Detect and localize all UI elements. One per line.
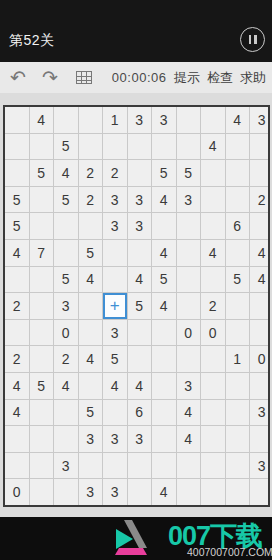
- grid-cell[interactable]: [152, 400, 177, 427]
- grid-cell[interactable]: [201, 479, 226, 506]
- grid-cell[interactable]: 2: [201, 293, 226, 320]
- grid-cell[interactable]: 5: [5, 187, 30, 214]
- grid-cell[interactable]: [54, 479, 79, 506]
- grid-cell[interactable]: [103, 134, 128, 161]
- grid-cell[interactable]: 4: [128, 267, 153, 294]
- grid-cell[interactable]: 5: [128, 293, 153, 320]
- grid-cell[interactable]: 0: [177, 320, 202, 347]
- grid-cell[interactable]: 4: [201, 134, 226, 161]
- grid-cell[interactable]: [30, 134, 55, 161]
- grid-cell[interactable]: 0: [54, 320, 79, 347]
- grid-cell[interactable]: [30, 426, 55, 453]
- grid-cell[interactable]: 3: [79, 426, 104, 453]
- grid-cell[interactable]: [177, 293, 202, 320]
- selected-cell[interactable]: +: [103, 293, 128, 320]
- grid-cell[interactable]: 4: [30, 107, 55, 134]
- grid-cell[interactable]: 0: [250, 346, 270, 373]
- grid-cell[interactable]: [152, 320, 177, 347]
- grid-cell[interactable]: [103, 240, 128, 267]
- grid-cell[interactable]: 3: [177, 187, 202, 214]
- grid-cell[interactable]: 6: [128, 400, 153, 427]
- grid-cell[interactable]: [226, 320, 251, 347]
- grid-cell[interactable]: 2: [79, 160, 104, 187]
- grid-cell[interactable]: [152, 213, 177, 240]
- grid-cell[interactable]: 3: [250, 107, 270, 134]
- grid-cell[interactable]: 5: [5, 213, 30, 240]
- grid-cell[interactable]: 4: [54, 373, 79, 400]
- grid-cell[interactable]: 5: [177, 160, 202, 187]
- grid-cell[interactable]: 4: [79, 267, 104, 294]
- grid-cell[interactable]: [79, 293, 104, 320]
- grid-cell[interactable]: 4: [152, 479, 177, 506]
- grid-cell[interactable]: 4: [128, 373, 153, 400]
- ad-banner[interactable]: 007下载 4007007007.COM: [0, 517, 272, 560]
- grid-cell[interactable]: [177, 479, 202, 506]
- grid-cell[interactable]: [177, 346, 202, 373]
- grid-cell[interactable]: [226, 134, 251, 161]
- ad-subtitle: 4007007007.COM: [187, 546, 272, 558]
- grid-cell[interactable]: [177, 213, 202, 240]
- hint-button[interactable]: 提示: [174, 69, 200, 87]
- grid-cell[interactable]: 3: [128, 213, 153, 240]
- grid-cell[interactable]: [30, 453, 55, 480]
- grid-cell[interactable]: [30, 187, 55, 214]
- grid-cell[interactable]: [250, 479, 270, 506]
- grid-cell[interactable]: 1: [226, 346, 251, 373]
- grid-cell[interactable]: 4: [177, 400, 202, 427]
- grid-cell[interactable]: 4: [152, 240, 177, 267]
- check-button[interactable]: 检查: [207, 69, 233, 87]
- grid-cell[interactable]: 2: [5, 346, 30, 373]
- grid-cell[interactable]: [5, 107, 30, 134]
- ad-logo-icon: [110, 520, 150, 557]
- grid-cell[interactable]: [30, 479, 55, 506]
- grid-cell[interactable]: 4: [103, 373, 128, 400]
- grid-cell[interactable]: 5: [103, 346, 128, 373]
- grid-cell[interactable]: 3: [128, 187, 153, 214]
- grid-cell[interactable]: [201, 213, 226, 240]
- level-title: 第52关: [9, 32, 55, 50]
- grid-cell[interactable]: 2: [79, 187, 104, 214]
- grid-cell[interactable]: [226, 479, 251, 506]
- pause-icon: [249, 35, 252, 44]
- grid-cell[interactable]: 4: [5, 240, 30, 267]
- grid-cell[interactable]: 4: [5, 400, 30, 427]
- grid-cell[interactable]: [54, 107, 79, 134]
- grid-cell[interactable]: [250, 373, 270, 400]
- grid-cell[interactable]: 3: [250, 453, 270, 480]
- grid-cell[interactable]: 2: [250, 187, 270, 214]
- toolbar: ↶ ↷ 00:00:06 提示 检查 求助: [0, 62, 272, 93]
- grid-cell[interactable]: [152, 373, 177, 400]
- grid-cell[interactable]: [201, 160, 226, 187]
- grid-cell[interactable]: 3: [103, 187, 128, 214]
- grid-cell[interactable]: 4: [152, 293, 177, 320]
- grid-cell[interactable]: 5: [54, 187, 79, 214]
- pause-button[interactable]: [240, 27, 265, 52]
- pause-icon: [254, 35, 257, 44]
- undo-button[interactable]: ↶: [10, 68, 26, 87]
- grid-cell[interactable]: [250, 213, 270, 240]
- board-area: 4133435454225555233432533647544454455423…: [0, 93, 272, 517]
- grid-cell[interactable]: 2: [5, 293, 30, 320]
- grid-cell[interactable]: [103, 453, 128, 480]
- grid-cell[interactable]: [226, 426, 251, 453]
- grid-cell[interactable]: [250, 134, 270, 161]
- grid-cell[interactable]: [152, 134, 177, 161]
- grid-cell[interactable]: [152, 453, 177, 480]
- grid-cell[interactable]: [250, 426, 270, 453]
- grid-cell[interactable]: [152, 426, 177, 453]
- grid-cell[interactable]: [54, 426, 79, 453]
- grid-cell[interactable]: [177, 453, 202, 480]
- grid-cell[interactable]: 5: [54, 134, 79, 161]
- grid-cell[interactable]: [54, 213, 79, 240]
- grid-cell[interactable]: [226, 187, 251, 214]
- grid-cell[interactable]: [79, 107, 104, 134]
- grid-cell[interactable]: 0: [5, 479, 30, 506]
- grid-cell[interactable]: 3: [103, 213, 128, 240]
- grid-cell[interactable]: 5: [54, 267, 79, 294]
- grid-cell[interactable]: [30, 293, 55, 320]
- puzzle-grid: 4133435454225555233432533647544454455423…: [5, 107, 268, 506]
- grid-cell[interactable]: 5: [79, 400, 104, 427]
- grid-cell[interactable]: [201, 400, 226, 427]
- grid-cell[interactable]: 3: [54, 293, 79, 320]
- grid-cell[interactable]: [79, 373, 104, 400]
- undo-icon: ↶: [10, 67, 26, 88]
- grid-cell[interactable]: 2: [54, 346, 79, 373]
- grid-cell[interactable]: 6: [226, 213, 251, 240]
- grid-cell[interactable]: 3: [152, 107, 177, 134]
- grid-cell[interactable]: [177, 240, 202, 267]
- app-screen: 第52关 ↶ ↷ 00:00:06 提示 检查 求助 4133435454225…: [0, 0, 272, 560]
- grid-cell[interactable]: [30, 320, 55, 347]
- grid-cell[interactable]: [201, 346, 226, 373]
- grid-cell[interactable]: [177, 107, 202, 134]
- grid-cell[interactable]: [30, 346, 55, 373]
- grid-cell[interactable]: 5: [79, 240, 104, 267]
- grid-cell[interactable]: 3: [79, 479, 104, 506]
- grid-cell[interactable]: 3: [103, 320, 128, 347]
- grid-cell[interactable]: 3: [250, 400, 270, 427]
- grid-cell[interactable]: [30, 267, 55, 294]
- grid-cell[interactable]: [177, 267, 202, 294]
- grid-cell[interactable]: [152, 346, 177, 373]
- grid-cell[interactable]: 3: [177, 373, 202, 400]
- grid-cell[interactable]: [5, 160, 30, 187]
- grid-cell[interactable]: [5, 320, 30, 347]
- grid-cell[interactable]: 4: [250, 267, 270, 294]
- grid-cell[interactable]: [226, 453, 251, 480]
- grid-cell[interactable]: [128, 479, 153, 506]
- grid-view-icon[interactable]: [76, 71, 92, 84]
- grid-cell[interactable]: 4: [79, 346, 104, 373]
- grid-cell[interactable]: [5, 453, 30, 480]
- grid-cell[interactable]: 5: [226, 267, 251, 294]
- grid-cell[interactable]: [128, 240, 153, 267]
- grid-cell[interactable]: [201, 453, 226, 480]
- grid-cell[interactable]: [5, 267, 30, 294]
- grid-cell[interactable]: 5: [152, 160, 177, 187]
- top-bar: 第52关: [0, 0, 272, 62]
- grid-cell[interactable]: [226, 160, 251, 187]
- grid-cell[interactable]: [128, 453, 153, 480]
- grid-cell[interactable]: 4: [226, 107, 251, 134]
- grid-cell[interactable]: [250, 293, 270, 320]
- grid-cell[interactable]: [30, 213, 55, 240]
- grid-cell[interactable]: [177, 134, 202, 161]
- grid-cell[interactable]: [128, 160, 153, 187]
- grid-cell[interactable]: 4: [54, 160, 79, 187]
- grid-cell[interactable]: 4: [5, 373, 30, 400]
- grid-cell[interactable]: [103, 267, 128, 294]
- grid-cell[interactable]: 3: [103, 426, 128, 453]
- grid-cell[interactable]: [128, 134, 153, 161]
- grid-cell[interactable]: [201, 426, 226, 453]
- grid-cell[interactable]: 5: [152, 267, 177, 294]
- grid-cell[interactable]: 7: [30, 240, 55, 267]
- timer: 00:00:06: [112, 70, 167, 85]
- grid-cell[interactable]: 2: [103, 160, 128, 187]
- grid-cell[interactable]: [201, 187, 226, 214]
- grid-cell[interactable]: 3: [54, 453, 79, 480]
- grid-cell[interactable]: [79, 453, 104, 480]
- grid-cell[interactable]: [226, 293, 251, 320]
- grid-cell[interactable]: [250, 160, 270, 187]
- grid-cell[interactable]: 4: [250, 240, 270, 267]
- redo-icon: ↷: [42, 67, 58, 88]
- grid-cell[interactable]: [226, 373, 251, 400]
- grid-cell[interactable]: 4: [152, 187, 177, 214]
- grid-cell[interactable]: [103, 400, 128, 427]
- grid-cell[interactable]: [226, 240, 251, 267]
- grid-cell[interactable]: 3: [128, 426, 153, 453]
- grid-cell[interactable]: 4: [177, 426, 202, 453]
- grid-cell[interactable]: [79, 320, 104, 347]
- grid-cell[interactable]: [5, 134, 30, 161]
- grid-cell[interactable]: [5, 426, 30, 453]
- grid-cell[interactable]: [201, 107, 226, 134]
- grid-cell[interactable]: [201, 373, 226, 400]
- grid-cell[interactable]: [128, 320, 153, 347]
- redo-button[interactable]: ↷: [42, 68, 58, 87]
- grid-cell[interactable]: [79, 134, 104, 161]
- grid-cell[interactable]: 3: [103, 479, 128, 506]
- grid-cell[interactable]: [128, 346, 153, 373]
- grid-cell[interactable]: 3: [128, 107, 153, 134]
- grid-cell[interactable]: [250, 320, 270, 347]
- grid-cell[interactable]: 1: [103, 107, 128, 134]
- help-button[interactable]: 求助: [240, 69, 266, 87]
- grid-cell[interactable]: 5: [30, 373, 55, 400]
- grid-cell[interactable]: [201, 267, 226, 294]
- grid-cell[interactable]: 0: [201, 320, 226, 347]
- grid-cell[interactable]: [226, 400, 251, 427]
- grid-cell[interactable]: [54, 240, 79, 267]
- grid-cell[interactable]: [79, 213, 104, 240]
- grid-cell[interactable]: [30, 400, 55, 427]
- grid-cell[interactable]: [54, 400, 79, 427]
- puzzle-board: 4133435454225555233432533647544454455423…: [3, 105, 270, 507]
- grid-cell[interactable]: 4: [201, 240, 226, 267]
- grid-cell[interactable]: 5: [30, 160, 55, 187]
